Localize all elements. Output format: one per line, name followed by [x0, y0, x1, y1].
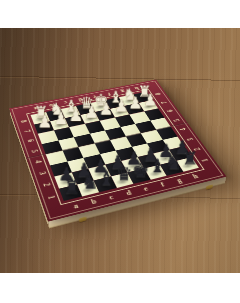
piece-white-pawn: ♟ — [114, 98, 128, 114]
piece-black-rook: ♜ — [63, 177, 80, 196]
piece-black-knight: ♞ — [165, 153, 181, 171]
piece-black-knight: ♞ — [81, 173, 98, 192]
piece-white-pawn: ♟ — [37, 114, 52, 131]
piece-white-pawn: ♟ — [143, 92, 157, 108]
hinge-icon — [79, 217, 87, 223]
table-surface: ♜♞♝♛♚♝♞♜♟♟♟♟♟♟♟♟♟♟♟♟♟♟♟♟♜♞♝♛♚♝♞♜ aabbccd… — [0, 28, 240, 273]
piece-black-rook: ♜ — [181, 150, 197, 168]
piece-white-pawn: ♟ — [84, 104, 99, 120]
hinge-icon — [205, 184, 212, 190]
piece-white-pawn: ♟ — [99, 101, 114, 117]
piece-white-pawn: ♟ — [69, 107, 84, 123]
piece-black-queen: ♛ — [115, 165, 132, 184]
piece-white-pawn: ♟ — [53, 110, 68, 127]
piece-black-bishop: ♝ — [98, 169, 115, 188]
chess-board: ♜♞♝♛♚♝♞♜♟♟♟♟♟♟♟♟♟♟♟♟♟♟♟♟♜♞♝♛♚♝♞♜ aabbccd… — [9, 79, 226, 221]
piece-white-pawn: ♟ — [128, 95, 142, 111]
piece-black-king: ♚ — [132, 161, 149, 179]
product-photo: ♜♞♝♛♚♝♞♜♟♟♟♟♟♟♟♟♟♟♟♟♟♟♟♟♜♞♝♛♚♝♞♜ aabbccd… — [0, 0, 240, 303]
piece-black-bishop: ♝ — [149, 157, 165, 175]
square-a7: ♟ — [34, 121, 54, 134]
